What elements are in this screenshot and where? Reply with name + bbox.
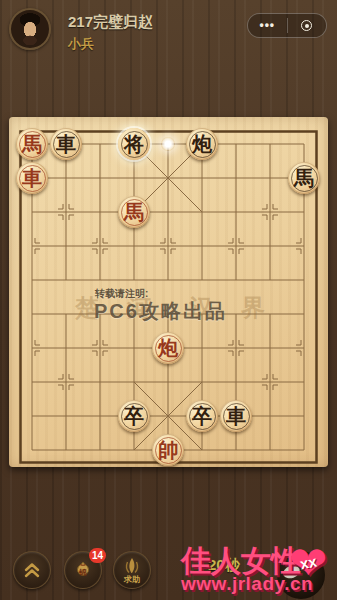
bag-label: 锦 <box>65 567 101 578</box>
piece-red-cannon-e4[interactable]: 炮 <box>152 332 184 364</box>
heart-xx-text: xx <box>298 552 318 572</box>
player-avatar[interactable] <box>9 8 51 50</box>
piece-black-pawn-f2[interactable]: 卒 <box>186 400 218 432</box>
more-icon[interactable]: ••• <box>248 14 287 37</box>
piece-black-pawn-d2[interactable]: 卒 <box>118 400 150 432</box>
piece-black-cannon-f10[interactable]: 炮 <box>186 128 218 160</box>
heart-icon: ❤ xx <box>289 538 337 588</box>
piece-black-horse-i9[interactable]: 馬 <box>288 162 320 194</box>
last-move-highlight <box>161 137 175 151</box>
miniprogram-capsule: ••• <box>247 13 327 38</box>
hint-count-badge: 14 <box>89 548 106 563</box>
piece-black-general-d10[interactable]: 将 <box>118 128 150 160</box>
piece-red-horse-d8[interactable]: 馬 <box>118 196 150 228</box>
close-icon[interactable] <box>288 20 327 31</box>
player-rank-label: 小兵 <box>68 35 94 53</box>
hint-bag-button[interactable]: 锦 14 <box>64 551 102 589</box>
double-chevron-up-icon <box>20 558 44 582</box>
app-screen: 217完璧归赵 小兵 ••• 楚 河 汉 界 <box>0 0 337 600</box>
piece-red-chariot-a9[interactable]: 車 <box>16 162 48 194</box>
level-title: 217完璧归赵 <box>68 13 153 32</box>
piece-red-general-e1[interactable]: 帥 <box>152 434 184 466</box>
board-grid: 楚 河 汉 界 <box>9 117 328 467</box>
help-label: 求助 <box>114 574 150 585</box>
xiangqi-board[interactable]: 楚 河 汉 界 <box>9 117 328 467</box>
board-watermark-brand: PC6攻略出品 <box>94 298 227 325</box>
ask-help-button[interactable]: 求助 <box>113 551 151 589</box>
piece-black-chariot-b10[interactable]: 車 <box>50 128 82 160</box>
collapse-button[interactable] <box>13 551 51 589</box>
piece-black-chariot-g2[interactable]: 車 <box>220 400 252 432</box>
river-char-jie: 界 <box>240 294 265 321</box>
piece-red-horse-a10[interactable]: 馬 <box>16 128 48 160</box>
